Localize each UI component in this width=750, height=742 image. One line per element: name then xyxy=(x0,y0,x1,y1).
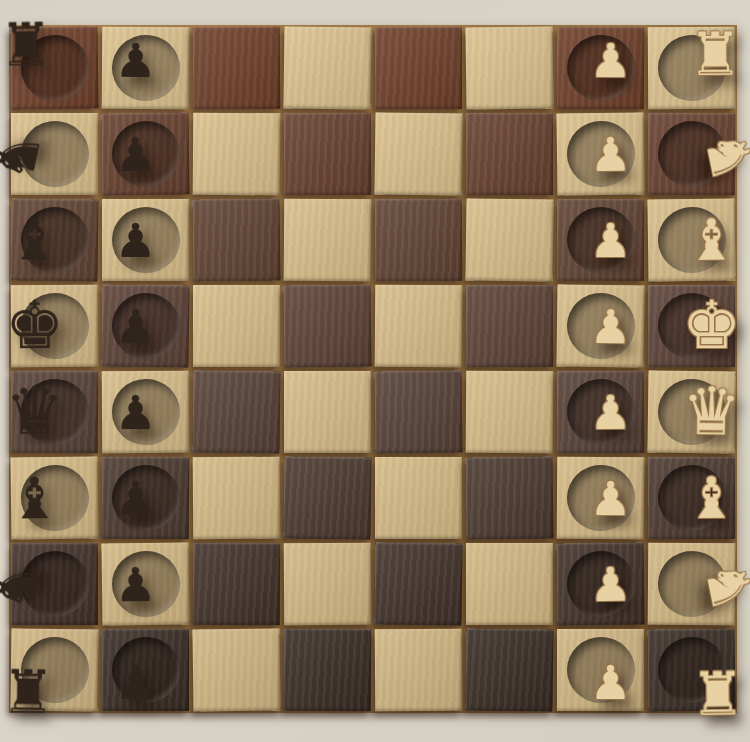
square-f2[interactable]: ♟ xyxy=(557,199,644,281)
piece-white-pawn[interactable]: ♟ xyxy=(567,641,654,723)
square-d5[interactable] xyxy=(284,371,371,453)
square-c1[interactable]: ♝ xyxy=(648,457,736,540)
square-g1[interactable]: ♞ xyxy=(648,113,736,196)
square-b4[interactable] xyxy=(374,542,462,625)
piece-white-pawn[interactable]: ♟ xyxy=(567,457,655,540)
piece-black-queen[interactable]: ♛ xyxy=(0,371,78,454)
square-a4[interactable] xyxy=(375,629,463,712)
piece-white-pawn[interactable]: ♟ xyxy=(567,199,654,281)
square-e8[interactable]: ♚ xyxy=(11,285,99,368)
square-e5[interactable] xyxy=(283,284,371,367)
square-d7[interactable]: ♟ xyxy=(102,371,190,454)
piece-black-rook[interactable]: ♜ xyxy=(0,650,72,733)
square-h6[interactable] xyxy=(193,27,281,110)
square-e4[interactable] xyxy=(375,285,463,368)
square-f8[interactable]: ♝ xyxy=(10,198,98,281)
piece-white-pawn[interactable]: ♟ xyxy=(567,19,655,102)
piece-white-queen[interactable]: ♛ xyxy=(667,371,750,454)
piece-black-pawn[interactable]: ♟ xyxy=(92,199,179,281)
piece-white-pawn[interactable]: ♟ xyxy=(566,112,654,195)
piece-black-pawn[interactable]: ♟ xyxy=(92,371,180,454)
piece-black-pawn[interactable]: ♟ xyxy=(91,284,179,367)
square-d3[interactable] xyxy=(466,371,554,454)
square-a6[interactable] xyxy=(192,628,280,711)
piece-white-knight[interactable]: ♞ xyxy=(681,535,750,637)
piece-black-knight[interactable]: ♞ xyxy=(0,535,66,637)
square-g7[interactable]: ♟ xyxy=(101,112,189,195)
chess-set-photo: ♜♟♟♜♞♟♟♞♝♟♟♝♚♟♟♚♛♟♟♛♝♟♟♝♞♟♟♞♜♟♟♜ xyxy=(0,0,750,742)
square-a8[interactable]: ♜ xyxy=(10,628,98,711)
square-e1[interactable]: ♚ xyxy=(648,285,735,367)
square-d1[interactable]: ♛ xyxy=(647,370,735,453)
square-f5[interactable] xyxy=(284,199,372,282)
square-b7[interactable]: ♟ xyxy=(101,542,189,625)
square-f7[interactable]: ♟ xyxy=(102,199,189,281)
square-c2[interactable]: ♟ xyxy=(557,457,645,540)
square-a7[interactable]: ♟ xyxy=(102,629,189,711)
square-h3[interactable] xyxy=(465,26,553,109)
piece-white-bishop[interactable]: ♝ xyxy=(667,198,750,281)
square-h2[interactable]: ♟ xyxy=(557,27,645,110)
square-h8[interactable]: ♜ xyxy=(10,26,98,109)
square-d6[interactable] xyxy=(192,370,280,453)
square-f6[interactable] xyxy=(192,198,280,281)
square-h5[interactable] xyxy=(283,26,371,109)
piece-black-pawn[interactable]: ♟ xyxy=(91,113,179,196)
square-d2[interactable]: ♟ xyxy=(557,371,645,454)
square-h7[interactable]: ♟ xyxy=(102,27,190,110)
square-a1[interactable]: ♜ xyxy=(647,628,735,711)
piece-black-bishop[interactable]: ♝ xyxy=(0,457,79,540)
square-g4[interactable] xyxy=(374,112,462,195)
piece-white-pawn[interactable]: ♟ xyxy=(567,371,655,454)
square-b1[interactable]: ♞ xyxy=(648,543,736,626)
square-f1[interactable]: ♝ xyxy=(647,198,735,281)
piece-black-pawn[interactable]: ♟ xyxy=(91,543,179,626)
square-g2[interactable]: ♟ xyxy=(556,112,644,195)
square-c5[interactable] xyxy=(283,456,371,539)
square-e2[interactable]: ♟ xyxy=(556,284,644,367)
square-a3[interactable] xyxy=(465,628,553,711)
square-c7[interactable]: ♟ xyxy=(102,457,190,540)
square-f4[interactable] xyxy=(375,199,463,282)
square-c3[interactable] xyxy=(465,456,553,539)
piece-black-pawn[interactable]: ♟ xyxy=(92,457,180,540)
square-g3[interactable] xyxy=(466,113,553,195)
piece-white-pawn[interactable]: ♟ xyxy=(566,542,654,625)
piece-black-knight[interactable]: ♞ xyxy=(0,105,66,207)
square-b5[interactable] xyxy=(284,543,372,626)
square-d8[interactable]: ♛ xyxy=(11,371,99,454)
piece-white-rook[interactable]: ♜ xyxy=(674,652,750,735)
square-b3[interactable] xyxy=(466,543,553,625)
piece-black-bishop[interactable]: ♝ xyxy=(0,198,79,281)
piece-black-pawn[interactable]: ♟ xyxy=(92,19,180,102)
square-a5[interactable] xyxy=(284,629,372,712)
square-g8[interactable]: ♞ xyxy=(11,113,98,195)
square-h4[interactable] xyxy=(375,27,462,109)
piece-white-bishop[interactable]: ♝ xyxy=(668,457,750,540)
piece-black-king[interactable]: ♚ xyxy=(0,285,78,368)
square-g6[interactable] xyxy=(193,113,281,196)
chess-board: ♜♟♟♜♞♟♟♞♝♟♟♝♚♟♟♚♛♟♟♛♝♟♟♝♞♟♟♞♜♟♟♜ xyxy=(9,25,737,713)
square-c4[interactable] xyxy=(375,457,462,539)
square-f3[interactable] xyxy=(465,198,553,281)
square-e7[interactable]: ♟ xyxy=(101,284,189,367)
square-g5[interactable] xyxy=(284,113,372,196)
square-a2[interactable]: ♟ xyxy=(557,629,644,711)
piece-white-pawn[interactable]: ♟ xyxy=(566,285,654,368)
square-b6[interactable] xyxy=(193,543,281,626)
piece-black-pawn[interactable]: ♟ xyxy=(92,641,179,723)
piece-white-king[interactable]: ♚ xyxy=(668,285,750,367)
piece-black-rook[interactable]: ♜ xyxy=(0,3,70,86)
square-b8[interactable]: ♞ xyxy=(11,543,98,625)
piece-white-knight[interactable]: ♞ xyxy=(681,105,750,207)
square-c6[interactable] xyxy=(193,457,281,540)
square-d4[interactable] xyxy=(374,370,462,453)
square-c8[interactable]: ♝ xyxy=(10,456,98,539)
square-e3[interactable] xyxy=(466,285,554,368)
square-h1[interactable]: ♜ xyxy=(648,27,736,110)
square-e6[interactable] xyxy=(193,285,280,367)
piece-white-rook[interactable]: ♜ xyxy=(672,13,750,96)
square-b2[interactable]: ♟ xyxy=(556,542,644,625)
